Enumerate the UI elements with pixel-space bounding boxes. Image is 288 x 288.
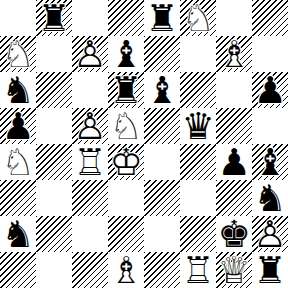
square-e4[interactable] (144, 144, 180, 180)
piece-black-pawn: ♟ (252, 72, 288, 108)
square-c3[interactable] (72, 180, 108, 216)
piece-black-knight: ♞ (252, 180, 288, 216)
square-d4[interactable]: ♚♔ (108, 144, 144, 180)
chess-board: ♜♜♞♘♞♘♟♙♝♝♗♞♜♝♟♟♟♙♞♘♛♞♘♜♖♚♔♟♝♞♞♚♟♙♝♗♜♖♛♕… (0, 0, 288, 288)
square-b8[interactable]: ♜ (36, 0, 72, 36)
square-f7[interactable] (180, 36, 216, 72)
square-b3[interactable] (36, 180, 72, 216)
square-a2[interactable]: ♞ (0, 216, 36, 252)
square-f4[interactable] (180, 144, 216, 180)
square-e3[interactable] (144, 180, 180, 216)
piece-white-knight: ♘ (0, 36, 36, 72)
square-g6[interactable] (216, 72, 252, 108)
piece-white-pawn: ♙ (252, 216, 288, 252)
square-a8[interactable] (0, 0, 36, 36)
square-f3[interactable] (180, 180, 216, 216)
piece-white-queen: ♕ (216, 252, 252, 288)
piece-black-rook: ♜ (108, 72, 144, 108)
piece-black-knight: ♞ (0, 72, 36, 108)
square-c6[interactable] (72, 72, 108, 108)
square-h6[interactable]: ♟ (252, 72, 288, 108)
piece-white-knight-fill: ♞ (180, 0, 216, 36)
square-e6[interactable]: ♝ (144, 72, 180, 108)
piece-white-knight: ♘ (0, 144, 36, 180)
square-f5[interactable]: ♛ (180, 108, 216, 144)
square-h7[interactable] (252, 36, 288, 72)
square-c5[interactable]: ♟♙ (72, 108, 108, 144)
square-a3[interactable] (0, 180, 36, 216)
square-a5[interactable]: ♟ (0, 108, 36, 144)
square-e8[interactable]: ♜ (144, 0, 180, 36)
piece-black-bishop: ♝ (108, 36, 144, 72)
piece-black-king: ♚ (216, 216, 252, 252)
piece-black-rook: ♜ (144, 0, 180, 36)
square-a6[interactable]: ♞ (0, 72, 36, 108)
piece-white-pawn-fill: ♟ (72, 36, 108, 72)
piece-black-pawn: ♟ (216, 144, 252, 180)
piece-white-bishop: ♗ (108, 252, 144, 288)
square-b5[interactable] (36, 108, 72, 144)
square-d8[interactable] (108, 0, 144, 36)
piece-white-bishop-fill: ♝ (216, 36, 252, 72)
piece-white-knight: ♘ (180, 0, 216, 36)
square-d1[interactable]: ♝♗ (108, 252, 144, 288)
square-g4[interactable]: ♟ (216, 144, 252, 180)
square-c4[interactable]: ♜♖ (72, 144, 108, 180)
square-f2[interactable] (180, 216, 216, 252)
square-h5[interactable] (252, 108, 288, 144)
square-h3[interactable]: ♞ (252, 180, 288, 216)
square-h2[interactable]: ♟♙ (252, 216, 288, 252)
piece-black-knight: ♞ (0, 216, 36, 252)
piece-white-rook-fill: ♜ (72, 144, 108, 180)
square-h8[interactable] (252, 0, 288, 36)
square-g3[interactable] (216, 180, 252, 216)
piece-white-rook-fill: ♜ (180, 252, 216, 288)
square-f6[interactable] (180, 72, 216, 108)
piece-white-knight-fill: ♞ (108, 108, 144, 144)
square-g1[interactable]: ♛♕ (216, 252, 252, 288)
square-d6[interactable]: ♜ (108, 72, 144, 108)
piece-white-pawn-fill: ♟ (252, 216, 288, 252)
piece-white-pawn-fill: ♟ (72, 108, 108, 144)
piece-white-king: ♔ (108, 144, 144, 180)
square-c7[interactable]: ♟♙ (72, 36, 108, 72)
piece-black-pawn: ♟ (0, 108, 36, 144)
piece-black-bishop: ♝ (252, 144, 288, 180)
square-h4[interactable]: ♝ (252, 144, 288, 180)
square-c8[interactable] (72, 0, 108, 36)
square-a1[interactable] (0, 252, 36, 288)
square-g2[interactable]: ♚ (216, 216, 252, 252)
square-g7[interactable]: ♝♗ (216, 36, 252, 72)
square-b4[interactable] (36, 144, 72, 180)
piece-white-queen-fill: ♛ (216, 252, 252, 288)
square-a4[interactable]: ♞♘ (0, 144, 36, 180)
piece-black-rook: ♜ (36, 0, 72, 36)
square-g5[interactable] (216, 108, 252, 144)
square-e1[interactable] (144, 252, 180, 288)
square-g8[interactable] (216, 0, 252, 36)
square-d7[interactable]: ♝ (108, 36, 144, 72)
piece-white-rook: ♖ (72, 144, 108, 180)
piece-black-rook: ♜ (252, 252, 288, 288)
piece-black-bishop: ♝ (144, 72, 180, 108)
square-d3[interactable] (108, 180, 144, 216)
square-b6[interactable] (36, 72, 72, 108)
piece-white-pawn: ♙ (72, 108, 108, 144)
piece-white-knight: ♘ (108, 108, 144, 144)
piece-white-rook: ♖ (180, 252, 216, 288)
square-e5[interactable] (144, 108, 180, 144)
square-d2[interactable] (108, 216, 144, 252)
square-d5[interactable]: ♞♘ (108, 108, 144, 144)
square-e2[interactable] (144, 216, 180, 252)
square-b2[interactable] (36, 216, 72, 252)
square-b1[interactable] (36, 252, 72, 288)
square-f8[interactable]: ♞♘ (180, 0, 216, 36)
piece-white-bishop: ♗ (216, 36, 252, 72)
square-b7[interactable] (36, 36, 72, 72)
piece-white-knight-fill: ♞ (0, 144, 36, 180)
piece-white-pawn: ♙ (72, 36, 108, 72)
square-a7[interactable]: ♞♘ (0, 36, 36, 72)
square-c2[interactable] (72, 216, 108, 252)
square-f1[interactable]: ♜♖ (180, 252, 216, 288)
piece-black-queen: ♛ (180, 108, 216, 144)
piece-white-bishop-fill: ♝ (108, 252, 144, 288)
square-h1[interactable]: ♜ (252, 252, 288, 288)
piece-white-knight-fill: ♞ (0, 36, 36, 72)
square-c1[interactable] (72, 252, 108, 288)
square-e7[interactable] (144, 36, 180, 72)
piece-white-king-fill: ♚ (108, 144, 144, 180)
